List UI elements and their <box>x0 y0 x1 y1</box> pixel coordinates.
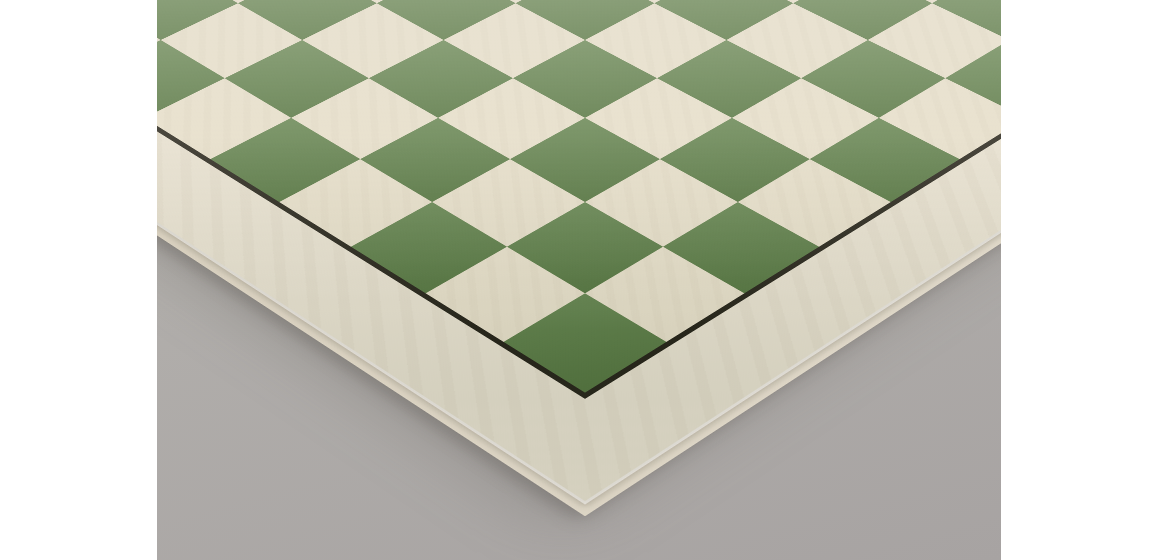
square-f2 <box>432 159 585 247</box>
square-h2 <box>585 247 744 342</box>
square-d1 <box>210 118 360 202</box>
product-photo-page <box>0 0 1158 560</box>
square-h5 <box>810 118 960 202</box>
square-e3 <box>438 78 585 159</box>
square-h1 <box>504 293 667 392</box>
square-h3 <box>663 202 819 293</box>
square-g6 <box>801 40 945 118</box>
square-f5 <box>657 40 801 118</box>
square-h4 <box>738 159 891 247</box>
square-d2 <box>291 78 438 159</box>
square-g5 <box>732 78 879 159</box>
square-g1 <box>426 247 585 342</box>
square-g4 <box>660 118 810 202</box>
board-photo <box>157 0 1001 560</box>
square-e2 <box>360 118 510 202</box>
square-b1 <box>157 40 225 118</box>
square-d3 <box>369 40 513 118</box>
square-h7 <box>945 40 1001 118</box>
square-e4 <box>513 40 657 118</box>
square-f1 <box>351 202 507 293</box>
square-e1 <box>279 159 432 247</box>
square-h6 <box>879 78 1001 159</box>
square-g3 <box>585 159 738 247</box>
square-c1 <box>157 78 291 159</box>
square-c2 <box>225 40 369 118</box>
square-f4 <box>585 78 732 159</box>
square-g2 <box>507 202 663 293</box>
square-f3 <box>510 118 660 202</box>
